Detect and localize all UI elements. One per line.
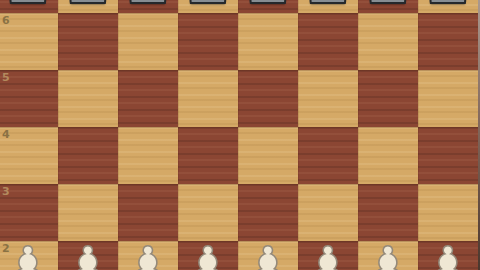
square-e4[interactable] — [238, 127, 298, 184]
square-b5[interactable] — [58, 70, 118, 127]
square-a6[interactable]: 6 — [0, 13, 58, 70]
square-d5[interactable] — [178, 70, 238, 127]
square-h3[interactable] — [418, 184, 478, 241]
square-e6[interactable] — [238, 13, 298, 70]
square-h6[interactable] — [418, 13, 478, 70]
square-e7[interactable]: ♟ — [238, 0, 298, 13]
white-pawn[interactable]: ♟ — [118, 239, 178, 270]
square-h4[interactable] — [418, 127, 478, 184]
rank-label-5: 5 — [2, 71, 10, 84]
white-pawn[interactable]: ♟ — [58, 239, 118, 270]
rank-label-3: 3 — [2, 185, 10, 198]
square-a5[interactable]: 5 — [0, 70, 58, 127]
white-pawn[interactable]: ♟ — [178, 239, 238, 270]
rank-label-6: 6 — [2, 14, 10, 27]
white-pawn[interactable]: ♟ — [298, 239, 358, 270]
square-e3[interactable] — [238, 184, 298, 241]
square-b3[interactable] — [58, 184, 118, 241]
square-c3[interactable] — [118, 184, 178, 241]
square-b2[interactable]: ♟ — [58, 241, 118, 270]
square-g7[interactable]: ♟ — [358, 0, 418, 13]
rank-label-4: 4 — [2, 128, 10, 141]
white-pawn[interactable]: ♟ — [238, 239, 298, 270]
square-b6[interactable] — [58, 13, 118, 70]
square-f3[interactable] — [298, 184, 358, 241]
black-pawn[interactable]: ♟ — [0, 0, 58, 12]
chess-app-screen: 8♜♞♝♛♚♝♞♜7♟♟♟♟♟♟♟♟65432♟♟♟♟♟♟♟♟1♜♞♝♛♚♝♞♜ — [0, 0, 480, 270]
square-a4[interactable]: 4 — [0, 127, 58, 184]
square-b4[interactable] — [58, 127, 118, 184]
square-g4[interactable] — [358, 127, 418, 184]
square-h5[interactable] — [418, 70, 478, 127]
square-e2[interactable]: ♟ — [238, 241, 298, 270]
square-c2[interactable]: ♟ — [118, 241, 178, 270]
square-d2[interactable]: ♟ — [178, 241, 238, 270]
square-e5[interactable] — [238, 70, 298, 127]
black-pawn[interactable]: ♟ — [238, 0, 298, 12]
white-pawn[interactable]: ♟ — [358, 239, 418, 270]
square-d4[interactable] — [178, 127, 238, 184]
square-h7[interactable]: ♟ — [418, 0, 478, 13]
square-f5[interactable] — [298, 70, 358, 127]
square-f6[interactable] — [298, 13, 358, 70]
white-pawn[interactable]: ♟ — [0, 239, 58, 270]
black-pawn[interactable]: ♟ — [118, 0, 178, 12]
square-d6[interactable] — [178, 13, 238, 70]
square-g3[interactable] — [358, 184, 418, 241]
square-c4[interactable] — [118, 127, 178, 184]
black-pawn[interactable]: ♟ — [178, 0, 238, 12]
square-g2[interactable]: ♟ — [358, 241, 418, 270]
square-c7[interactable]: ♟ — [118, 0, 178, 13]
black-pawn[interactable]: ♟ — [418, 0, 478, 12]
square-c6[interactable] — [118, 13, 178, 70]
square-f2[interactable]: ♟ — [298, 241, 358, 270]
square-a2[interactable]: 2♟ — [0, 241, 58, 270]
square-d7[interactable]: ♟ — [178, 0, 238, 13]
square-f4[interactable] — [298, 127, 358, 184]
black-pawn[interactable]: ♟ — [358, 0, 418, 12]
white-pawn[interactable]: ♟ — [418, 239, 478, 270]
square-a7[interactable]: 7♟ — [0, 0, 58, 13]
square-f7[interactable]: ♟ — [298, 0, 358, 13]
square-a3[interactable]: 3 — [0, 184, 58, 241]
square-g6[interactable] — [358, 13, 418, 70]
square-c5[interactable] — [118, 70, 178, 127]
square-h2[interactable]: ♟ — [418, 241, 478, 270]
black-pawn[interactable]: ♟ — [58, 0, 118, 12]
square-d3[interactable] — [178, 184, 238, 241]
black-pawn[interactable]: ♟ — [298, 0, 358, 12]
square-g5[interactable] — [358, 70, 418, 127]
chess-board: 8♜♞♝♛♚♝♞♜7♟♟♟♟♟♟♟♟65432♟♟♟♟♟♟♟♟1♜♞♝♛♚♝♞♜ — [0, 0, 478, 270]
square-b7[interactable]: ♟ — [58, 0, 118, 13]
